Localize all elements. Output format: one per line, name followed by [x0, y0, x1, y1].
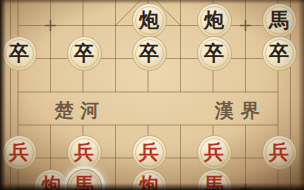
black-soldier-4[interactable]: 卒	[197, 36, 232, 71]
black-cannon-center[interactable]: 炮	[132, 3, 167, 38]
red-soldier-2[interactable]: 兵	[67, 135, 102, 170]
red-soldier-5[interactable]: 兵	[262, 135, 297, 170]
black-soldier-1[interactable]: 卒	[2, 36, 37, 71]
black-soldier-5[interactable]: 卒	[262, 36, 297, 71]
red-piece-character: 炮	[139, 175, 159, 190]
river-label-chu-he: 楚河	[52, 98, 107, 124]
red-piece-character: 兵	[9, 142, 29, 162]
black-cannon-right[interactable]: 炮	[197, 3, 232, 38]
red-soldier-1[interactable]: 兵	[2, 135, 37, 170]
black-piece-character: 卒	[204, 43, 224, 63]
black-soldier-2[interactable]: 卒	[67, 36, 102, 71]
red-piece-character: 炮	[42, 175, 62, 190]
red-piece-character: 兵	[74, 142, 94, 162]
red-piece-character: 馬	[74, 175, 94, 190]
black-soldier-3[interactable]: 卒	[132, 36, 167, 71]
black-piece-character: 馬	[269, 10, 289, 30]
red-piece-character: 兵	[204, 142, 224, 162]
black-piece-character: 卒	[9, 43, 29, 63]
red-piece-character: 兵	[269, 142, 289, 162]
black-horse-edge[interactable]: 馬	[262, 3, 297, 38]
red-piece-character: 馬	[204, 175, 224, 190]
river-label-han-jie: 漢界	[212, 98, 267, 124]
black-piece-character: 卒	[269, 43, 289, 63]
black-piece-character: 卒	[139, 43, 159, 63]
red-soldier-3[interactable]: 兵	[132, 135, 167, 170]
black-piece-character: 炮	[139, 10, 159, 30]
red-piece-character: 兵	[139, 142, 159, 162]
black-piece-character: 卒	[74, 43, 94, 63]
black-piece-character: 炮	[204, 10, 224, 30]
xiangqi-board[interactable]: 楚河 漢界 炮炮馬卒卒卒卒卒兵兵兵兵兵炮馬炮馬	[0, 0, 304, 190]
red-soldier-4[interactable]: 兵	[197, 135, 232, 170]
